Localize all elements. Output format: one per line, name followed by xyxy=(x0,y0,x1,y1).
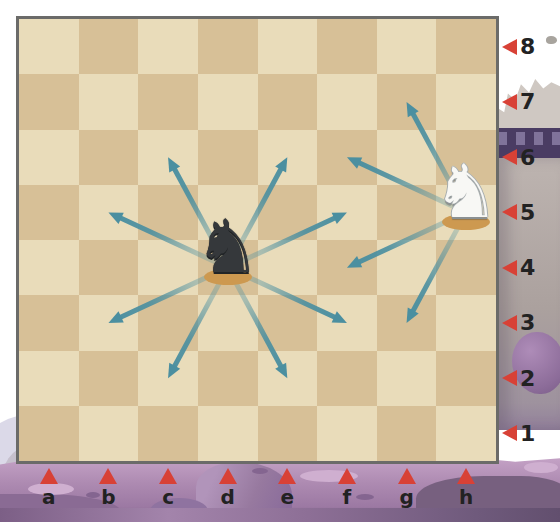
square-d2 xyxy=(198,351,258,406)
square-a2 xyxy=(19,351,79,406)
square-h4 xyxy=(436,240,496,295)
ground-highlight xyxy=(300,470,358,482)
square-f2 xyxy=(317,351,377,406)
square-b4 xyxy=(79,240,139,295)
square-e7 xyxy=(258,74,318,129)
square-g2 xyxy=(377,351,437,406)
square-d1 xyxy=(198,406,258,461)
square-h7 xyxy=(436,74,496,129)
square-d7 xyxy=(198,74,258,129)
black-knight[interactable]: ♞ xyxy=(186,195,270,287)
square-e3 xyxy=(258,295,318,350)
square-b1 xyxy=(79,406,139,461)
square-b7 xyxy=(79,74,139,129)
square-a8 xyxy=(19,19,79,74)
square-a4 xyxy=(19,240,79,295)
square-h3 xyxy=(436,295,496,350)
chess-lesson-scene: ♞♞ 87654321abcdefgh xyxy=(0,0,560,522)
square-g3 xyxy=(377,295,437,350)
white-knight-glyph: ♞ xyxy=(433,154,499,228)
square-c3 xyxy=(138,295,198,350)
square-f7 xyxy=(317,74,377,129)
castle-rubble-top xyxy=(498,78,560,130)
square-f4 xyxy=(317,240,377,295)
square-b8 xyxy=(79,19,139,74)
square-f6 xyxy=(317,130,377,185)
square-a5 xyxy=(19,185,79,240)
square-d6 xyxy=(198,130,258,185)
square-b5 xyxy=(79,185,139,240)
square-c6 xyxy=(138,130,198,185)
square-d3 xyxy=(198,295,258,350)
square-h8 xyxy=(436,19,496,74)
pebble xyxy=(356,494,374,500)
black-knight-glyph: ♞ xyxy=(195,209,261,283)
square-a7 xyxy=(19,74,79,129)
debris-speck xyxy=(546,36,557,44)
ground-highlight xyxy=(524,462,558,473)
square-c1 xyxy=(138,406,198,461)
square-f5 xyxy=(317,185,377,240)
square-e1 xyxy=(258,406,318,461)
square-d8 xyxy=(198,19,258,74)
square-g7 xyxy=(377,74,437,129)
square-b6 xyxy=(79,130,139,185)
square-g8 xyxy=(377,19,437,74)
square-f8 xyxy=(317,19,377,74)
pebble xyxy=(252,468,268,474)
square-h1 xyxy=(436,406,496,461)
square-e2 xyxy=(258,351,318,406)
square-f1 xyxy=(317,406,377,461)
square-c2 xyxy=(138,351,198,406)
square-a1 xyxy=(19,406,79,461)
ground-shadow xyxy=(0,508,560,522)
square-e6 xyxy=(258,130,318,185)
square-h2 xyxy=(436,351,496,406)
square-a3 xyxy=(19,295,79,350)
square-a6 xyxy=(19,130,79,185)
square-b2 xyxy=(79,351,139,406)
ground-highlight xyxy=(28,483,74,495)
white-knight[interactable]: ♞ xyxy=(424,140,508,232)
square-e8 xyxy=(258,19,318,74)
square-c8 xyxy=(138,19,198,74)
square-f3 xyxy=(317,295,377,350)
pebble xyxy=(86,492,100,498)
square-c7 xyxy=(138,74,198,129)
square-b3 xyxy=(79,295,139,350)
square-g1 xyxy=(377,406,437,461)
square-g4 xyxy=(377,240,437,295)
